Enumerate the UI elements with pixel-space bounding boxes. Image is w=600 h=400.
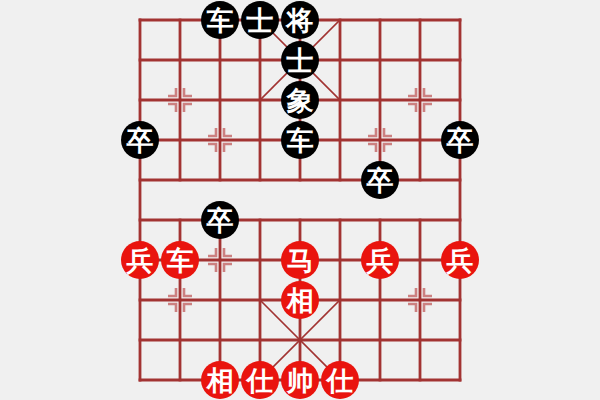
piece-red-horse[interactable]: 马 <box>281 241 319 279</box>
piece-black-soldier[interactable]: 卒 <box>121 121 159 159</box>
piece-black-soldier[interactable]: 卒 <box>361 161 399 199</box>
piece-red-elephant[interactable]: 相 <box>201 361 239 399</box>
piece-black-soldier[interactable]: 卒 <box>201 201 239 239</box>
piece-red-advisor[interactable]: 仕 <box>241 361 279 399</box>
piece-black-advisor[interactable]: 士 <box>281 41 319 79</box>
piece-red-soldier[interactable]: 兵 <box>361 241 399 279</box>
xiangqi-board: 车士将士象卒车卒卒卒兵车马兵兵相相仕帅仕 <box>0 0 600 400</box>
piece-black-general[interactable]: 将 <box>281 1 319 39</box>
piece-red-elephant[interactable]: 相 <box>281 281 319 319</box>
piece-red-general[interactable]: 帅 <box>281 361 319 399</box>
piece-red-advisor[interactable]: 仕 <box>321 361 359 399</box>
piece-black-soldier[interactable]: 卒 <box>441 121 479 159</box>
piece-black-advisor[interactable]: 士 <box>241 1 279 39</box>
piece-black-chariot[interactable]: 车 <box>201 1 239 39</box>
piece-red-soldier[interactable]: 兵 <box>121 241 159 279</box>
piece-black-elephant[interactable]: 象 <box>281 81 319 119</box>
piece-red-chariot[interactable]: 车 <box>161 241 199 279</box>
pieces-layer: 车士将士象卒车卒卒卒兵车马兵兵相相仕帅仕 <box>0 0 600 400</box>
piece-red-soldier[interactable]: 兵 <box>441 241 479 279</box>
piece-black-chariot[interactable]: 车 <box>281 121 319 159</box>
